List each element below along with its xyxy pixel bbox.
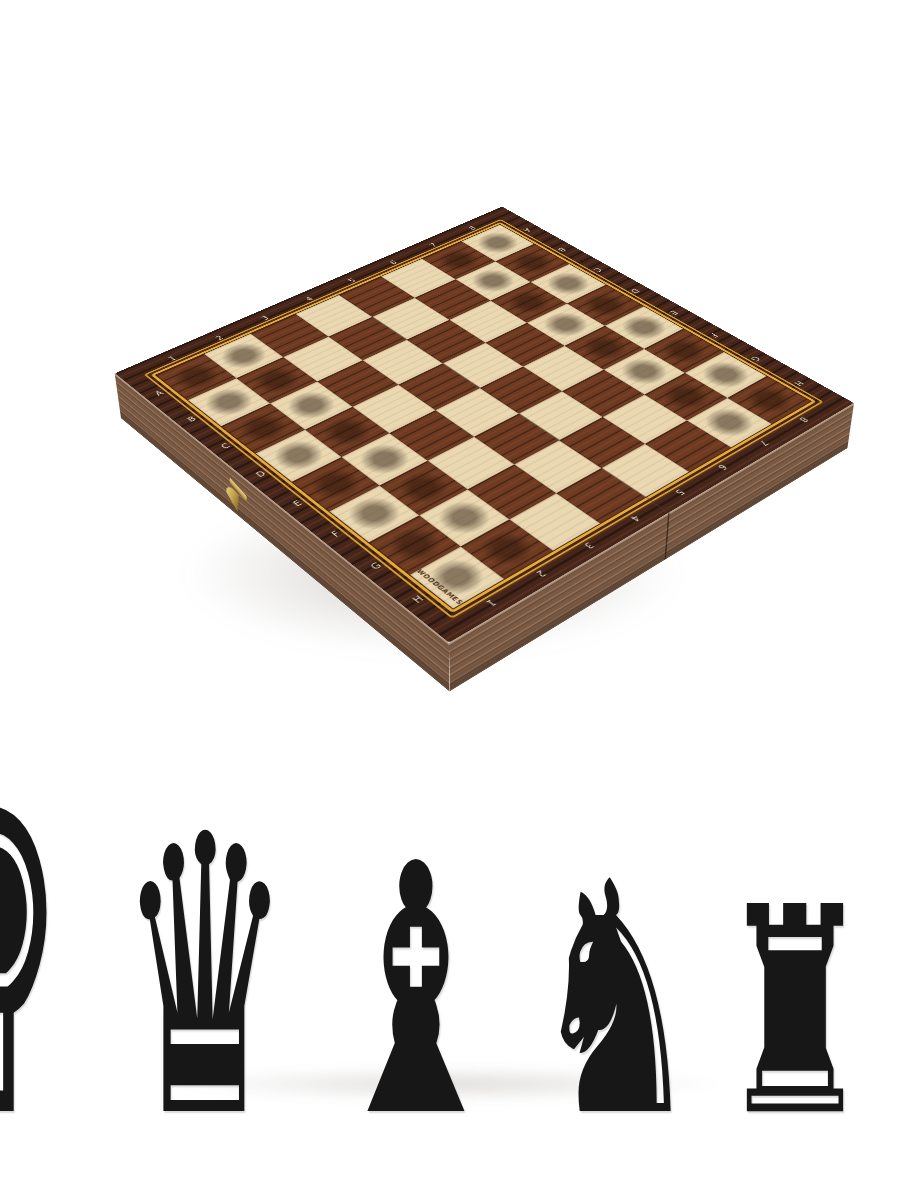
file-label-near-f: F: [329, 529, 342, 538]
lineup-queen: ♛: [118, 786, 291, 1171]
lineup-knight: ♞: [530, 840, 702, 1160]
rank-label-right-6: 6: [715, 463, 728, 471]
file-label-near-g: G: [368, 561, 383, 571]
file-label-near-c: C: [219, 442, 232, 450]
file-label-near-h: H: [410, 594, 425, 604]
file-label-near-b: B: [185, 415, 197, 423]
square-g6: [603, 395, 687, 444]
lineup-pawn: ♟: [888, 866, 900, 1156]
rank-label-right-5: 5: [672, 488, 685, 496]
rank-label-right-7: 7: [757, 439, 770, 447]
lineup-bishop: ♝: [323, 819, 509, 1164]
brass-clasp: [222, 472, 250, 528]
board-scene: WOODGAMES AA11BB22CC33DD44EE55FF66GG77HH…: [218, 126, 742, 650]
chess-set-product-photo: WOODGAMES AA11BB22CC33DD44EE55FF66GG77HH…: [0, 0, 900, 1200]
black-pawn: ♟: [704, 332, 754, 422]
square-f5: [519, 391, 603, 440]
file-label-near-a: A: [153, 389, 165, 396]
rank-label-left-5: 5: [346, 277, 357, 283]
file-label-near-d: D: [254, 470, 268, 479]
rank-label-right-4: 4: [628, 514, 642, 523]
square-h4: [556, 468, 645, 523]
rank-label-right-8: 8: [797, 416, 810, 424]
clasp-fan-ornament: [223, 484, 244, 514]
square-h5: [601, 444, 689, 497]
rank-label-right-2: 2: [533, 569, 547, 578]
rank-label-left-4: 4: [304, 296, 315, 302]
rank-label-right-3: 3: [582, 541, 596, 550]
square-g5: [559, 417, 645, 468]
white-rook: ♜: [426, 466, 487, 576]
piece-lineup: ♚♛♝♞♜♟: [0, 667, 900, 1192]
file-label-near-e: E: [291, 499, 304, 508]
rank-label-left-6: 6: [388, 259, 399, 265]
lineup-king: ♚: [0, 667, 72, 1192]
square-h6: [645, 420, 731, 471]
rank-label-right-1: 1: [483, 598, 497, 608]
lineup-rook: ♜: [718, 870, 871, 1155]
fold-seam-side: [664, 512, 669, 560]
